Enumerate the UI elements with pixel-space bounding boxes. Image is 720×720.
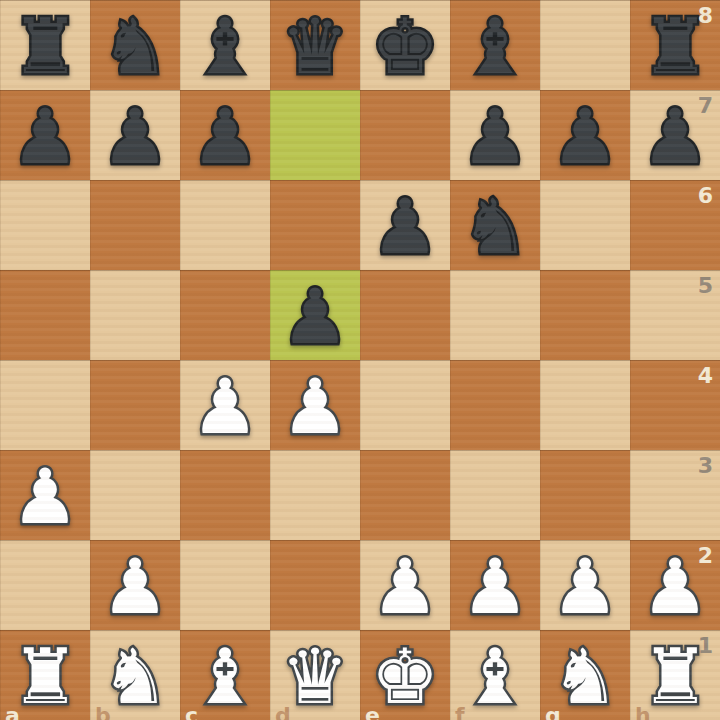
square-c4[interactable]: ♟ <box>180 360 270 450</box>
file-label-a: a <box>5 705 20 720</box>
white-pawn[interactable]: ♟ <box>90 540 180 630</box>
square-e2[interactable]: ♟ <box>360 540 450 630</box>
rank-label-2: 2 <box>698 545 713 567</box>
rank-label-6: 6 <box>698 185 713 207</box>
square-d8[interactable]: ♛ <box>270 0 360 90</box>
square-e4[interactable] <box>360 360 450 450</box>
square-g3[interactable] <box>540 450 630 540</box>
rank-label-4: 4 <box>698 365 713 387</box>
square-b1[interactable]: b♞ <box>90 630 180 720</box>
file-label-c: c <box>185 705 198 720</box>
square-b6[interactable] <box>90 180 180 270</box>
black-pawn[interactable]: ♟ <box>540 90 630 180</box>
square-h6[interactable]: 6 <box>630 180 720 270</box>
white-pawn[interactable]: ♟ <box>360 540 450 630</box>
square-h3[interactable]: 3 <box>630 450 720 540</box>
black-queen[interactable]: ♛ <box>270 0 360 90</box>
file-label-b: b <box>95 705 111 720</box>
black-bishop[interactable]: ♝ <box>450 0 540 90</box>
square-g2[interactable]: ♟ <box>540 540 630 630</box>
black-pawn[interactable]: ♟ <box>180 90 270 180</box>
rank-label-3: 3 <box>698 455 713 477</box>
square-g5[interactable] <box>540 270 630 360</box>
square-d1[interactable]: d♛ <box>270 630 360 720</box>
square-f4[interactable] <box>450 360 540 450</box>
white-pawn[interactable]: ♟ <box>0 450 90 540</box>
square-a7[interactable]: ♟ <box>0 90 90 180</box>
black-pawn[interactable]: ♟ <box>90 90 180 180</box>
square-a6[interactable] <box>0 180 90 270</box>
square-d3[interactable] <box>270 450 360 540</box>
square-h4[interactable]: 4 <box>630 360 720 450</box>
chess-board: ♜♞♝♛♚♝8♜♟♟♟♟♟7♟♟♞6♟5♟♟4♟3♟♟♟♟2♟a♜b♞c♝d♛e… <box>0 0 720 720</box>
file-label-h: h <box>635 705 651 720</box>
square-b8[interactable]: ♞ <box>90 0 180 90</box>
square-f7[interactable]: ♟ <box>450 90 540 180</box>
square-g8[interactable] <box>540 0 630 90</box>
square-b2[interactable]: ♟ <box>90 540 180 630</box>
file-label-f: f <box>455 705 465 720</box>
square-c6[interactable] <box>180 180 270 270</box>
square-h1[interactable]: 1h♜ <box>630 630 720 720</box>
square-b7[interactable]: ♟ <box>90 90 180 180</box>
square-a3[interactable]: ♟ <box>0 450 90 540</box>
square-b4[interactable] <box>90 360 180 450</box>
white-pawn[interactable]: ♟ <box>450 540 540 630</box>
square-g4[interactable] <box>540 360 630 450</box>
square-e5[interactable] <box>360 270 450 360</box>
square-d6[interactable] <box>270 180 360 270</box>
white-pawn[interactable]: ♟ <box>540 540 630 630</box>
file-label-e: e <box>365 705 380 720</box>
square-e3[interactable] <box>360 450 450 540</box>
square-c5[interactable] <box>180 270 270 360</box>
square-g7[interactable]: ♟ <box>540 90 630 180</box>
black-knight[interactable]: ♞ <box>450 180 540 270</box>
file-label-d: d <box>275 705 291 720</box>
rank-label-7: 7 <box>698 95 713 117</box>
square-e1[interactable]: e♚ <box>360 630 450 720</box>
square-h5[interactable]: 5 <box>630 270 720 360</box>
black-pawn[interactable]: ♟ <box>450 90 540 180</box>
file-label-g: g <box>545 705 561 720</box>
square-c7[interactable]: ♟ <box>180 90 270 180</box>
square-d2[interactable] <box>270 540 360 630</box>
square-a4[interactable] <box>0 360 90 450</box>
rank-label-8: 8 <box>698 5 713 27</box>
black-pawn[interactable]: ♟ <box>0 90 90 180</box>
square-f1[interactable]: f♝ <box>450 630 540 720</box>
square-c3[interactable] <box>180 450 270 540</box>
square-c8[interactable]: ♝ <box>180 0 270 90</box>
square-f5[interactable] <box>450 270 540 360</box>
square-a2[interactable] <box>0 540 90 630</box>
square-a1[interactable]: a♜ <box>0 630 90 720</box>
square-e7[interactable] <box>360 90 450 180</box>
square-a8[interactable]: ♜ <box>0 0 90 90</box>
black-pawn[interactable]: ♟ <box>360 180 450 270</box>
square-e8[interactable]: ♚ <box>360 0 450 90</box>
square-a5[interactable] <box>0 270 90 360</box>
rank-label-1: 1 <box>698 635 713 657</box>
square-g6[interactable] <box>540 180 630 270</box>
square-f2[interactable]: ♟ <box>450 540 540 630</box>
square-f8[interactable]: ♝ <box>450 0 540 90</box>
square-b5[interactable] <box>90 270 180 360</box>
black-knight[interactable]: ♞ <box>90 0 180 90</box>
white-pawn[interactable]: ♟ <box>270 360 360 450</box>
square-h7[interactable]: 7♟ <box>630 90 720 180</box>
black-king[interactable]: ♚ <box>360 0 450 90</box>
square-h8[interactable]: 8♜ <box>630 0 720 90</box>
square-c2[interactable] <box>180 540 270 630</box>
square-f3[interactable] <box>450 450 540 540</box>
square-h2[interactable]: 2♟ <box>630 540 720 630</box>
square-d5[interactable]: ♟ <box>270 270 360 360</box>
square-b3[interactable] <box>90 450 180 540</box>
square-f6[interactable]: ♞ <box>450 180 540 270</box>
black-bishop[interactable]: ♝ <box>180 0 270 90</box>
square-d4[interactable]: ♟ <box>270 360 360 450</box>
rank-label-5: 5 <box>698 275 713 297</box>
black-pawn[interactable]: ♟ <box>270 270 360 360</box>
square-e6[interactable]: ♟ <box>360 180 450 270</box>
white-pawn[interactable]: ♟ <box>180 360 270 450</box>
square-g1[interactable]: g♞ <box>540 630 630 720</box>
black-rook[interactable]: ♜ <box>0 0 90 90</box>
square-d7[interactable] <box>270 90 360 180</box>
square-c1[interactable]: c♝ <box>180 630 270 720</box>
